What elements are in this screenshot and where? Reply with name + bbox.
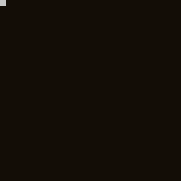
selection-frame (0, 0, 6, 6)
game-board (0, 0, 181, 181)
